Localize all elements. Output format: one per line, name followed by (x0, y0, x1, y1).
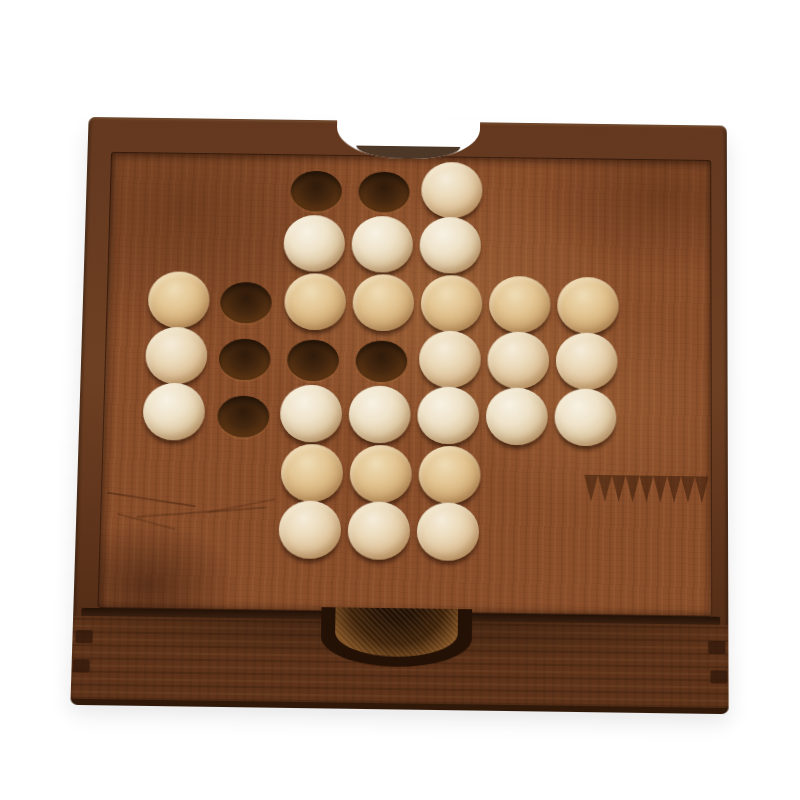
board-hole[interactable] (290, 171, 342, 212)
board-cell[interactable] (350, 164, 419, 221)
photo-stage (0, 0, 800, 800)
board-cell-invalid (213, 218, 282, 275)
peg-marble[interactable] (145, 327, 208, 385)
board-cell[interactable] (348, 276, 417, 334)
dovetail-joint (72, 659, 90, 672)
board-cell-invalid (137, 501, 208, 560)
board-cell-invalid (554, 166, 622, 223)
board-cell[interactable] (279, 332, 348, 390)
board-cell[interactable] (209, 387, 279, 445)
peg-marble[interactable] (351, 216, 413, 273)
peg-marble[interactable] (280, 444, 343, 502)
board-cell[interactable] (416, 333, 485, 391)
peg-marble[interactable] (349, 445, 412, 503)
board-cell-invalid (483, 506, 552, 565)
peg-marble[interactable] (417, 502, 480, 561)
board-cell-invalid (139, 444, 209, 503)
board-cell[interactable] (346, 389, 415, 447)
board-cell[interactable] (276, 446, 346, 505)
dovetail-joint (75, 630, 92, 643)
peg-marble[interactable] (489, 276, 551, 333)
board-cell[interactable] (143, 273, 213, 331)
dovetail-joint (708, 641, 725, 654)
board-cell[interactable] (210, 331, 280, 389)
peg-marble[interactable] (486, 387, 548, 445)
board-cell[interactable] (552, 392, 621, 450)
board-hole[interactable] (218, 339, 270, 381)
dovetail-joint (710, 670, 727, 683)
board-cell[interactable] (275, 503, 345, 562)
peg-marble[interactable] (487, 331, 549, 389)
board-cell[interactable] (278, 388, 348, 446)
peg-marble[interactable] (556, 332, 618, 390)
board-cell[interactable] (415, 390, 484, 448)
peg-marble[interactable] (147, 271, 210, 328)
board-cell[interactable] (484, 334, 553, 392)
board-cell[interactable] (282, 163, 351, 220)
solitaire-box (71, 117, 729, 708)
board-cell[interactable] (140, 387, 210, 445)
board-cell[interactable] (553, 279, 621, 337)
peg-marble[interactable] (554, 388, 616, 446)
peg-marble[interactable] (418, 446, 480, 504)
board-cell-invalid (147, 161, 216, 218)
board-cell-invalid (552, 507, 621, 566)
board-cell[interactable] (344, 504, 414, 563)
peg-marble[interactable] (417, 386, 479, 444)
board-cell[interactable] (484, 391, 553, 449)
lid-thumb-notch (337, 117, 481, 159)
board-cell[interactable] (345, 447, 415, 506)
board-cell[interactable] (142, 330, 212, 388)
peg-marble[interactable] (280, 385, 343, 443)
board-cell[interactable] (553, 335, 622, 393)
board-cell-invalid (208, 445, 278, 504)
peg-marble[interactable] (347, 501, 410, 560)
finger-notch-roll (335, 607, 458, 657)
board-cell[interactable] (485, 278, 554, 336)
board-cell-invalid (483, 449, 552, 508)
peg-marble[interactable] (419, 331, 481, 389)
peg-marble[interactable] (419, 217, 481, 274)
board-hole[interactable] (217, 395, 270, 437)
board-cell[interactable] (280, 275, 349, 333)
board-cell-invalid (145, 217, 214, 274)
peg-marble[interactable] (557, 277, 619, 334)
board-cell[interactable] (413, 505, 483, 564)
board-cell-invalid (214, 162, 283, 219)
board-cell[interactable] (418, 165, 486, 222)
board-hole[interactable] (355, 340, 407, 382)
board-cell[interactable] (417, 277, 486, 335)
peg-marble[interactable] (421, 275, 483, 332)
peg-marble[interactable] (421, 162, 483, 219)
peg-marble[interactable] (284, 273, 346, 330)
board-hole[interactable] (220, 282, 272, 324)
board-hole[interactable] (358, 172, 410, 213)
peg-marble[interactable] (283, 215, 345, 272)
board-cell[interactable] (281, 219, 350, 276)
board-cell[interactable] (414, 448, 483, 507)
board-cell-invalid (486, 166, 554, 223)
peg-marble[interactable] (142, 383, 205, 441)
board-cell[interactable] (417, 221, 486, 278)
board-cell[interactable] (349, 220, 418, 277)
board-cell-invalid (485, 221, 553, 278)
board-cell[interactable] (347, 332, 416, 390)
peg-marble[interactable] (348, 385, 411, 443)
board-cell-invalid (554, 222, 622, 279)
board-hole[interactable] (287, 339, 339, 381)
board-cell[interactable] (212, 274, 281, 332)
peg-marble[interactable] (278, 500, 341, 559)
peg-board-grid (137, 161, 622, 566)
peg-marble[interactable] (352, 274, 414, 331)
